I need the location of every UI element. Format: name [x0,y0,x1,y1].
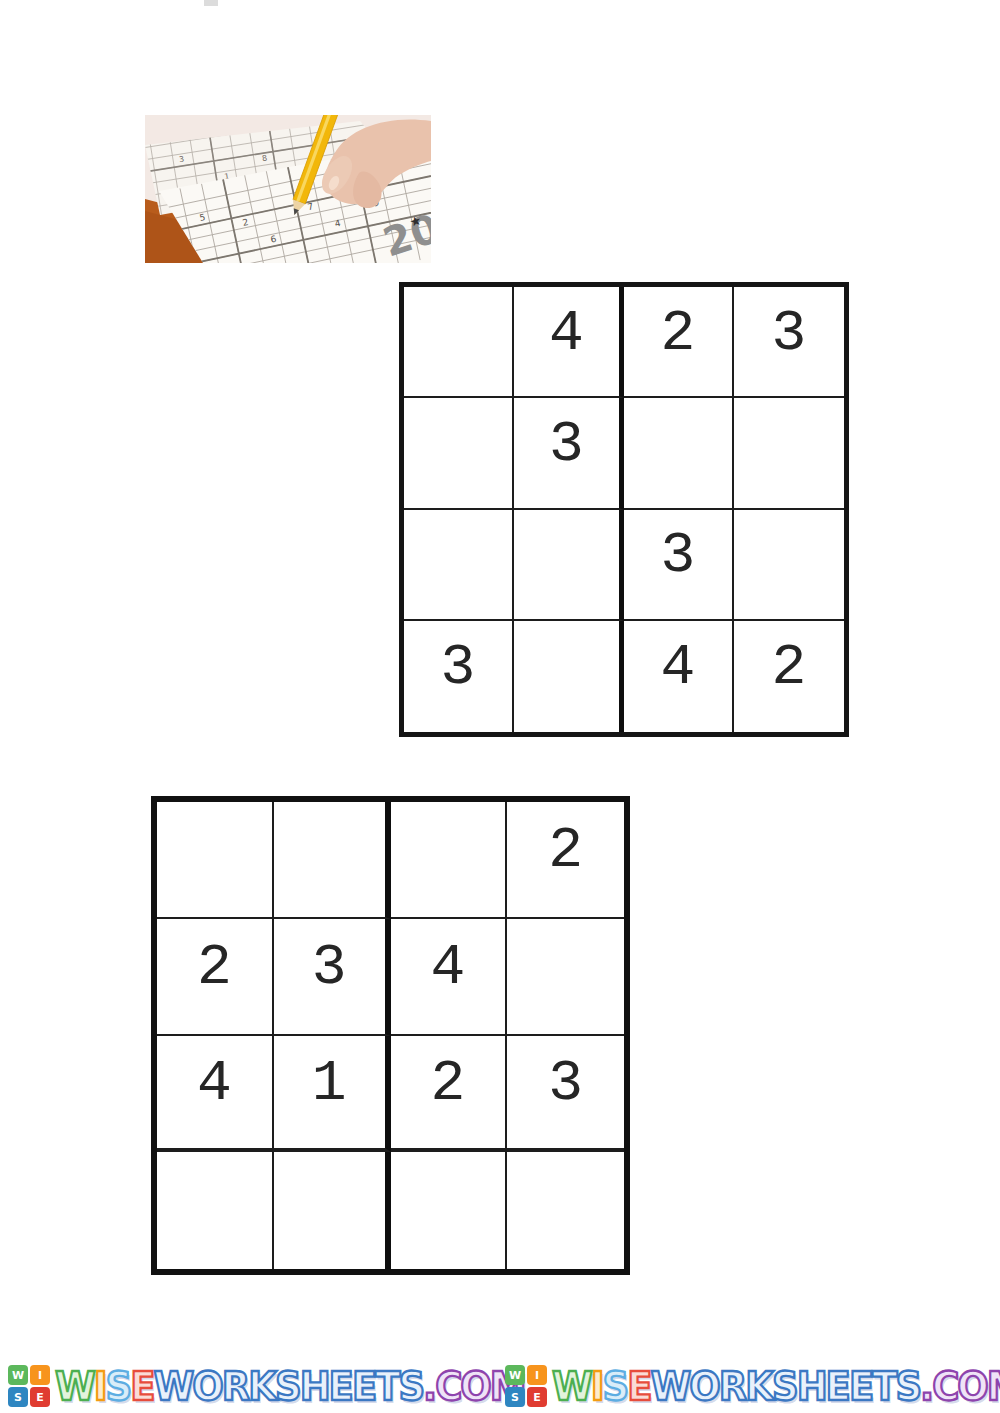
watermark-letter: I [591,1367,603,1405]
cell-r1c1[interactable] [404,287,514,398]
cell-r3c4[interactable]: 3 [507,1036,624,1153]
given-digit: 3 [772,305,807,363]
cell-r1c3[interactable] [391,802,508,919]
cell-r3c2[interactable]: 1 [274,1036,391,1153]
cell-r1c1[interactable] [157,802,274,919]
cell-r2c4[interactable] [507,919,624,1036]
cell-r2c3[interactable] [624,398,734,509]
watermark-letter: T [375,1367,398,1405]
cell-r2c4[interactable] [734,398,844,509]
watermark-letter: O [192,1367,221,1405]
given-digit: 3 [312,939,347,997]
watermark-letter: R [719,1367,746,1405]
cell-r3c1[interactable]: 4 [157,1036,274,1153]
cell-r4c4[interactable]: 2 [734,621,844,732]
watermark-letter: C [932,1367,957,1405]
cell-r1c2[interactable]: 4 [514,287,624,398]
logo-square-w: W [8,1365,28,1385]
cell-r4c1[interactable] [157,1152,274,1269]
watermark-letter: E [627,1367,650,1405]
sudoku-grid-1: 42333342 [399,282,849,737]
cell-r1c2[interactable] [274,802,391,919]
given-digit: 3 [548,1055,583,1113]
watermark-letter: I [94,1367,106,1405]
watermark-letter: S [772,1367,797,1405]
given-digit: 3 [661,527,696,585]
watermark-letter: S [275,1367,300,1405]
scan-artifact [204,0,218,6]
watermark-letter: O [460,1367,489,1405]
logo-square-s: S [505,1387,525,1407]
watermark-letter: O [957,1367,986,1405]
watermark-copy: WISE WISEWORKSHEETS.COM [505,1361,1000,1411]
given-digit: 4 [549,305,584,363]
watermark-letter: C [435,1367,460,1405]
cell-r3c3[interactable]: 3 [624,510,734,621]
watermark-letter: K [745,1367,772,1405]
given-digit: 2 [661,305,696,363]
cell-r2c3[interactable]: 4 [391,919,508,1036]
cell-r4c3[interactable] [391,1152,508,1269]
given-digit: 3 [549,416,584,474]
cell-r3c1[interactable] [404,510,514,621]
cell-r2c1[interactable] [404,398,514,509]
given-digit: 2 [430,1055,465,1113]
logo-square-w: W [505,1365,525,1385]
watermark-text: WISEWORKSHEETS.COM [552,1368,1000,1405]
watermark-letter: S [398,1367,423,1405]
given-digit: 4 [661,639,696,697]
cell-r1c4[interactable]: 2 [507,802,624,919]
cell-r2c2[interactable]: 3 [274,919,391,1036]
watermark-letter: W [552,1367,591,1405]
watermark-copy: WISE WISEWORKSHEETS.COM [8,1361,525,1411]
given-digit: 2 [197,939,232,997]
logo-square-i: I [30,1365,50,1385]
cell-r4c3[interactable]: 4 [624,621,734,732]
watermark-letter: E [826,1367,849,1405]
wise-logo-icon: WISE [8,1365,50,1407]
cell-r1c3[interactable]: 2 [624,287,734,398]
given-digit: 4 [197,1055,232,1113]
watermark-letter: . [423,1367,435,1405]
cell-r3c2[interactable] [514,510,624,621]
sudoku-grid-2: 22344123 [151,796,630,1275]
cell-r4c1[interactable]: 3 [404,621,514,732]
given-digit: 2 [548,822,583,880]
watermark-letter: W [651,1367,690,1405]
watermark-letter: W [154,1367,193,1405]
watermark-letter: K [248,1367,275,1405]
watermark-bar: WISE WISEWORKSHEETS.COM WISE WISEWORKSHE… [0,1361,1000,1411]
cell-r4c4[interactable] [507,1152,624,1269]
watermark-letter: E [849,1367,872,1405]
worksheet-page: 3 1 8 5 2 6 7 4 9 [0,0,1000,1413]
sudoku-photo: 3 1 8 5 2 6 7 4 9 [145,115,431,263]
cell-r3c3[interactable]: 2 [391,1036,508,1153]
cell-r2c2[interactable]: 3 [514,398,624,509]
watermark-letter: O [689,1367,718,1405]
sudoku-photo-illustration: 3 1 8 5 2 6 7 4 9 [145,115,431,263]
watermark-letter: M [987,1367,1000,1405]
wise-logo-icon: WISE [505,1365,547,1407]
watermark-letter: E [329,1367,352,1405]
watermark-letter: W [55,1367,94,1405]
watermark-letter: H [300,1367,329,1405]
watermark-letter: T [872,1367,895,1405]
logo-square-s: S [8,1387,28,1407]
cell-r1c4[interactable]: 3 [734,287,844,398]
watermark-letter: . [920,1367,932,1405]
given-digit: 4 [430,939,465,997]
given-digit: 3 [441,639,476,697]
cell-r4c2[interactable] [274,1152,391,1269]
given-digit: 2 [772,639,807,697]
cell-r2c1[interactable]: 2 [157,919,274,1036]
logo-square-e: E [527,1387,547,1407]
cell-r4c2[interactable] [514,621,624,732]
watermark-text: WISEWORKSHEETS.COM [55,1368,525,1405]
watermark-letter: S [603,1367,628,1405]
logo-square-e: E [30,1387,50,1407]
watermark-letter: S [895,1367,920,1405]
watermark-letter: E [130,1367,153,1405]
watermark-letter: H [797,1367,826,1405]
watermark-letter: E [352,1367,375,1405]
watermark-letter: S [106,1367,131,1405]
logo-square-i: I [527,1365,547,1385]
cell-r3c4[interactable] [734,510,844,621]
watermark-letter: R [222,1367,249,1405]
given-digit: 1 [312,1055,347,1113]
